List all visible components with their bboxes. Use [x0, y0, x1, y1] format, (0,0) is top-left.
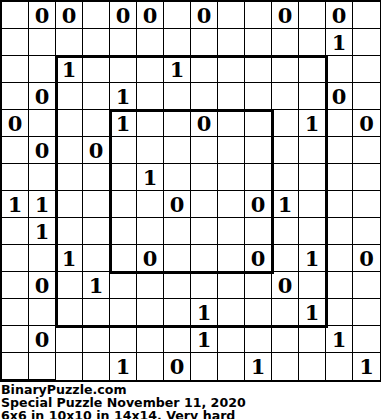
cell-r4c6[interactable]	[164, 110, 191, 137]
cell-r10c13[interactable]	[353, 272, 380, 299]
cell-r9c10[interactable]	[272, 245, 299, 272]
cell-r13c4[interactable]: 1	[110, 353, 137, 380]
cell-r6c13[interactable]	[353, 164, 380, 191]
cell-r4c0[interactable]: 0	[2, 110, 29, 137]
cell-r11c5[interactable]	[137, 299, 164, 326]
cell-r9c11[interactable]: 1	[299, 245, 326, 272]
cell-r4c5[interactable]	[137, 110, 164, 137]
cell-r5c7[interactable]	[191, 137, 218, 164]
cell-r1c5[interactable]	[137, 29, 164, 56]
cell-r8c7[interactable]	[191, 218, 218, 245]
cell-r2c2[interactable]: 1	[56, 56, 83, 83]
cell-r13c10[interactable]	[272, 353, 299, 380]
cell-r9c9[interactable]: 0	[245, 245, 272, 272]
cell-r2c8[interactable]	[218, 56, 245, 83]
cell-r4c8[interactable]	[218, 110, 245, 137]
cell-r11c4[interactable]	[110, 299, 137, 326]
cell-r12c6[interactable]	[164, 326, 191, 353]
cell-r1c12[interactable]: 1	[326, 29, 353, 56]
cell-r11c13[interactable]	[353, 299, 380, 326]
cell-r10c0[interactable]	[2, 272, 29, 299]
cell-r9c12[interactable]	[326, 245, 353, 272]
cell-r8c1[interactable]: 1	[29, 218, 56, 245]
cell-r11c10[interactable]	[272, 299, 299, 326]
cell-r9c5[interactable]: 0	[137, 245, 164, 272]
cell-r2c13[interactable]	[353, 56, 380, 83]
cell-r3c9[interactable]	[245, 83, 272, 110]
cell-r10c12[interactable]	[326, 272, 353, 299]
cell-r9c4[interactable]	[110, 245, 137, 272]
cell-r12c1[interactable]: 0	[29, 326, 56, 353]
cell-r0c11[interactable]	[299, 2, 326, 29]
cell-r1c0[interactable]	[2, 29, 29, 56]
cell-r2c0[interactable]	[2, 56, 29, 83]
cell-r6c9[interactable]	[245, 164, 272, 191]
cell-r12c11[interactable]	[299, 326, 326, 353]
cell-r6c1[interactable]	[29, 164, 56, 191]
cell-r0c10[interactable]: 0	[272, 2, 299, 29]
cell-r13c12[interactable]	[326, 353, 353, 380]
cell-r7c12[interactable]	[326, 191, 353, 218]
cell-r1c6[interactable]	[164, 29, 191, 56]
cell-r10c7[interactable]	[191, 272, 218, 299]
cell-r2c5[interactable]	[137, 56, 164, 83]
cell-r11c6[interactable]	[164, 299, 191, 326]
cell-r8c0[interactable]	[2, 218, 29, 245]
cell-r6c10[interactable]	[272, 164, 299, 191]
cell-r1c10[interactable]	[272, 29, 299, 56]
cell-r5c1[interactable]: 0	[29, 137, 56, 164]
cell-r10c2[interactable]	[56, 272, 83, 299]
cell-r9c7[interactable]	[191, 245, 218, 272]
cell-r0c5[interactable]: 0	[137, 2, 164, 29]
cell-r5c4[interactable]	[110, 137, 137, 164]
cell-r1c11[interactable]	[299, 29, 326, 56]
cell-r11c7[interactable]: 1	[191, 299, 218, 326]
cell-r10c4[interactable]	[110, 272, 137, 299]
cell-r12c2[interactable]	[56, 326, 83, 353]
cell-r1c2[interactable]	[56, 29, 83, 56]
cell-r7c4[interactable]	[110, 191, 137, 218]
cell-r5c3[interactable]: 0	[83, 137, 110, 164]
cell-r6c4[interactable]	[110, 164, 137, 191]
cell-r2c12[interactable]	[326, 56, 353, 83]
cell-r1c13[interactable]	[353, 29, 380, 56]
cell-r13c7[interactable]	[191, 353, 218, 380]
cell-r7c9[interactable]: 0	[245, 191, 272, 218]
cell-r13c0[interactable]	[2, 353, 29, 380]
cell-r5c9[interactable]	[245, 137, 272, 164]
cell-r8c3[interactable]	[83, 218, 110, 245]
cell-r9c2[interactable]: 1	[56, 245, 83, 272]
cell-r1c9[interactable]	[245, 29, 272, 56]
cell-r11c8[interactable]	[218, 299, 245, 326]
cell-r7c7[interactable]	[191, 191, 218, 218]
cell-r0c13[interactable]	[353, 2, 380, 29]
cell-r11c11[interactable]: 1	[299, 299, 326, 326]
cell-r8c6[interactable]	[164, 218, 191, 245]
cell-r7c13[interactable]	[353, 191, 380, 218]
cell-r0c1[interactable]: 0	[29, 2, 56, 29]
cell-r1c3[interactable]	[83, 29, 110, 56]
cell-r1c7[interactable]	[191, 29, 218, 56]
cell-r6c11[interactable]	[299, 164, 326, 191]
cell-r8c8[interactable]	[218, 218, 245, 245]
puzzle-board: 0000000111010010100011100111001001011011…	[0, 0, 381, 382]
cell-r10c10[interactable]: 0	[272, 272, 299, 299]
cell-r7c3[interactable]	[83, 191, 110, 218]
cell-r5c12[interactable]	[326, 137, 353, 164]
cell-r4c10[interactable]	[272, 110, 299, 137]
cell-r8c13[interactable]	[353, 218, 380, 245]
cell-r2c6[interactable]: 1	[164, 56, 191, 83]
cell-r5c11[interactable]	[299, 137, 326, 164]
cell-r9c1[interactable]	[29, 245, 56, 272]
cell-r7c2[interactable]	[56, 191, 83, 218]
cell-r13c2[interactable]	[56, 353, 83, 380]
cell-r10c11[interactable]	[299, 272, 326, 299]
cell-r4c12[interactable]	[326, 110, 353, 137]
cell-r12c13[interactable]	[353, 326, 380, 353]
cell-r3c10[interactable]	[272, 83, 299, 110]
cell-r10c8[interactable]	[218, 272, 245, 299]
cell-r12c0[interactable]	[2, 326, 29, 353]
cell-r4c11[interactable]: 1	[299, 110, 326, 137]
cell-r10c5[interactable]	[137, 272, 164, 299]
cell-r13c8[interactable]	[218, 353, 245, 380]
cell-r5c8[interactable]	[218, 137, 245, 164]
cell-r10c6[interactable]	[164, 272, 191, 299]
cell-r7c10[interactable]: 1	[272, 191, 299, 218]
cell-r3c8[interactable]	[218, 83, 245, 110]
cell-r6c3[interactable]	[83, 164, 110, 191]
cell-r10c1[interactable]: 0	[29, 272, 56, 299]
cell-r5c6[interactable]	[164, 137, 191, 164]
cell-r3c5[interactable]	[137, 83, 164, 110]
cell-r6c8[interactable]	[218, 164, 245, 191]
cell-r3c6[interactable]	[164, 83, 191, 110]
cell-r12c3[interactable]	[83, 326, 110, 353]
cell-r13c9[interactable]: 1	[245, 353, 272, 380]
cell-r0c7[interactable]: 0	[191, 2, 218, 29]
cell-r4c4[interactable]: 1	[110, 110, 137, 137]
cell-r13c5[interactable]	[137, 353, 164, 380]
cell-r2c11[interactable]	[299, 56, 326, 83]
cell-r5c5[interactable]	[137, 137, 164, 164]
cell-r6c2[interactable]	[56, 164, 83, 191]
cell-r12c9[interactable]	[245, 326, 272, 353]
cell-r8c10[interactable]	[272, 218, 299, 245]
cell-r8c11[interactable]	[299, 218, 326, 245]
cell-r0c2[interactable]: 0	[56, 2, 83, 29]
cell-r11c0[interactable]	[2, 299, 29, 326]
cell-r13c1[interactable]	[29, 353, 56, 380]
cell-r2c3[interactable]	[83, 56, 110, 83]
puzzle-description: 6x6 in 10x10 in 14x14, Very hard	[1, 409, 381, 419]
cell-r7c11[interactable]	[299, 191, 326, 218]
cell-r9c6[interactable]	[164, 245, 191, 272]
cell-r0c9[interactable]	[245, 2, 272, 29]
cell-r11c12[interactable]	[326, 299, 353, 326]
cell-r2c4[interactable]	[110, 56, 137, 83]
cell-r0c8[interactable]	[218, 2, 245, 29]
cell-r1c4[interactable]	[110, 29, 137, 56]
cell-r13c11[interactable]	[299, 353, 326, 380]
cell-r11c2[interactable]	[56, 299, 83, 326]
cell-r12c7[interactable]: 1	[191, 326, 218, 353]
cell-r6c5[interactable]: 1	[137, 164, 164, 191]
cell-r3c13[interactable]	[353, 83, 380, 110]
cell-r3c0[interactable]	[2, 83, 29, 110]
cell-r8c12[interactable]	[326, 218, 353, 245]
cell-r3c2[interactable]	[56, 83, 83, 110]
cell-r9c3[interactable]	[83, 245, 110, 272]
cell-r1c1[interactable]	[29, 29, 56, 56]
cell-r5c2[interactable]	[56, 137, 83, 164]
cell-r13c13[interactable]: 1	[353, 353, 380, 380]
cell-r10c3[interactable]: 1	[83, 272, 110, 299]
cell-r13c3[interactable]	[83, 353, 110, 380]
cell-r13c6[interactable]: 0	[164, 353, 191, 380]
cell-r7c6[interactable]: 0	[164, 191, 191, 218]
cell-r7c5[interactable]	[137, 191, 164, 218]
cell-r2c1[interactable]	[29, 56, 56, 83]
cell-r6c7[interactable]	[191, 164, 218, 191]
cell-r6c12[interactable]	[326, 164, 353, 191]
cell-r4c13[interactable]: 0	[353, 110, 380, 137]
cell-r12c10[interactable]	[272, 326, 299, 353]
cell-r12c12[interactable]: 1	[326, 326, 353, 353]
cell-r8c4[interactable]	[110, 218, 137, 245]
cell-r5c0[interactable]	[2, 137, 29, 164]
cell-r9c0[interactable]	[2, 245, 29, 272]
cell-r8c9[interactable]	[245, 218, 272, 245]
cell-r7c8[interactable]	[218, 191, 245, 218]
cell-r7c1[interactable]: 1	[29, 191, 56, 218]
footer: BinaryPuzzle.com Special Puzzle November…	[0, 382, 381, 419]
cell-r0c3[interactable]	[83, 2, 110, 29]
cell-r12c4[interactable]	[110, 326, 137, 353]
cell-r0c0[interactable]	[2, 2, 29, 29]
cell-r6c6[interactable]	[164, 164, 191, 191]
cell-r3c1[interactable]: 0	[29, 83, 56, 110]
cell-r2c10[interactable]	[272, 56, 299, 83]
cell-r4c3[interactable]	[83, 110, 110, 137]
cell-r4c1[interactable]	[29, 110, 56, 137]
cell-r12c8[interactable]	[218, 326, 245, 353]
cell-r5c13[interactable]	[353, 137, 380, 164]
cell-r9c8[interactable]	[218, 245, 245, 272]
cell-r11c1[interactable]	[29, 299, 56, 326]
cell-r3c11[interactable]	[299, 83, 326, 110]
cell-r11c3[interactable]	[83, 299, 110, 326]
cell-r11c9[interactable]	[245, 299, 272, 326]
cell-r3c12[interactable]: 0	[326, 83, 353, 110]
binary-puzzle-page: 0000000111010010100011100111001001011011…	[0, 0, 381, 419]
cell-r10c9[interactable]	[245, 272, 272, 299]
cell-r0c6[interactable]	[164, 2, 191, 29]
cell-r0c12[interactable]: 0	[326, 2, 353, 29]
cell-r3c4[interactable]: 1	[110, 83, 137, 110]
cell-r6c0[interactable]	[2, 164, 29, 191]
cell-r1c8[interactable]	[218, 29, 245, 56]
cell-r9c13[interactable]: 0	[353, 245, 380, 272]
cell-r8c2[interactable]	[56, 218, 83, 245]
cell-r2c7[interactable]	[191, 56, 218, 83]
cell-r7c0[interactable]: 1	[2, 191, 29, 218]
cell-r4c9[interactable]	[245, 110, 272, 137]
cell-r2c9[interactable]	[245, 56, 272, 83]
cell-r8c5[interactable]	[137, 218, 164, 245]
cell-r5c10[interactable]	[272, 137, 299, 164]
cell-r4c2[interactable]	[56, 110, 83, 137]
cell-r3c7[interactable]	[191, 83, 218, 110]
cell-r3c3[interactable]	[83, 83, 110, 110]
cell-r12c5[interactable]	[137, 326, 164, 353]
cell-r0c4[interactable]: 0	[110, 2, 137, 29]
cell-r4c7[interactable]: 0	[191, 110, 218, 137]
